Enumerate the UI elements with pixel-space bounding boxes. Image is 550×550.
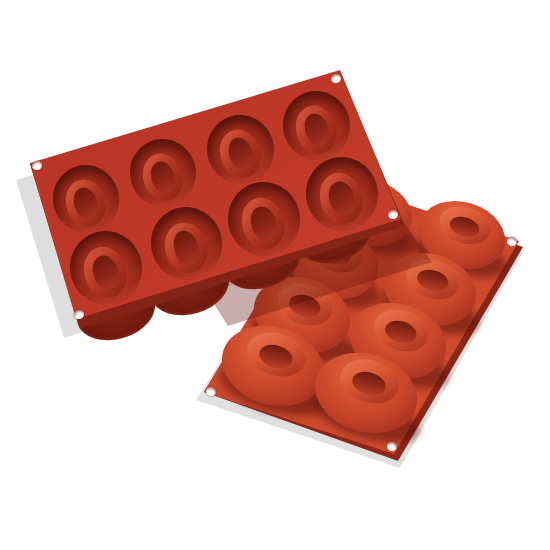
product-photo <box>0 0 550 550</box>
